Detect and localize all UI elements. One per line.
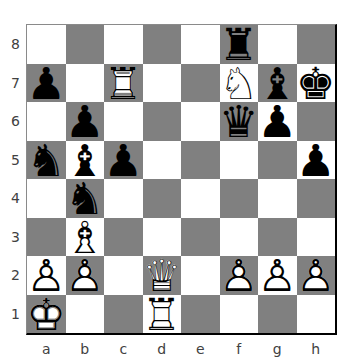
rank-label-8: 8 [0,25,20,64]
square-b2[interactable]: ♟♙ [66,256,105,295]
rank-label-3: 3 [0,218,20,257]
square-g5[interactable] [258,141,297,180]
file-label-f: f [220,340,259,358]
piece-glyph-outline: ♙ [220,256,259,295]
rank-label-6: 6 [0,102,20,141]
square-a4[interactable] [27,179,66,218]
square-g1[interactable] [258,295,297,334]
square-f2[interactable]: ♟♙ [220,256,259,295]
piece-white-pawn[interactable]: ♟♙ [220,256,259,295]
square-a7[interactable]: ♟ [27,64,66,103]
square-g2[interactable]: ♟♙ [258,256,297,295]
piece-black-king[interactable]: ♚ [297,64,336,103]
piece-white-king[interactable]: ♚♔ [27,295,66,334]
square-b1[interactable] [66,295,105,334]
square-c2[interactable] [104,256,143,295]
file-label-a: a [27,340,66,358]
piece-glyph-solid: ♟ [104,141,143,180]
square-e2[interactable] [181,256,220,295]
rank-label-2: 2 [0,256,20,295]
square-h5[interactable]: ♟ [297,141,336,180]
piece-glyph-outline: ♙ [66,256,105,295]
piece-black-pawn[interactable]: ♟ [104,141,143,180]
piece-glyph-solid: ♟ [297,141,336,180]
square-d7[interactable] [143,64,182,103]
chess-diagram: ♜♟♜♖♞♘♝♚♟♛♟♞♝♟♟♞♝♗♟♙♟♙♛♕♟♙♟♙♟♙♚♔♜♖ 87654… [0,0,360,360]
square-c3[interactable] [104,218,143,257]
square-h4[interactable] [297,179,336,218]
piece-glyph-outline: ♖ [104,64,143,103]
square-a1[interactable]: ♚♔ [27,295,66,334]
file-label-d: d [143,340,182,358]
square-h1[interactable] [297,295,336,334]
square-f6[interactable]: ♛ [220,102,259,141]
piece-glyph-solid: ♛ [220,102,259,141]
piece-white-rook[interactable]: ♜♖ [104,64,143,103]
square-e8[interactable] [181,25,220,64]
file-label-g: g [258,340,297,358]
square-f5[interactable] [220,141,259,180]
file-label-e: e [181,340,220,358]
piece-black-queen[interactable]: ♛ [220,102,259,141]
square-f4[interactable] [220,179,259,218]
piece-glyph-outline: ♙ [297,256,336,295]
piece-white-pawn[interactable]: ♟♙ [66,256,105,295]
rank-label-7: 7 [0,64,20,103]
square-d6[interactable] [143,102,182,141]
piece-black-pawn[interactable]: ♟ [258,102,297,141]
square-e3[interactable] [181,218,220,257]
file-label-b: b [66,340,105,358]
square-b8[interactable] [66,25,105,64]
piece-glyph-solid: ♚ [297,64,336,103]
square-c7[interactable]: ♜♖ [104,64,143,103]
square-a5[interactable]: ♞ [27,141,66,180]
square-h2[interactable]: ♟♙ [297,256,336,295]
square-d4[interactable] [143,179,182,218]
square-g6[interactable]: ♟ [258,102,297,141]
square-e1[interactable] [181,295,220,334]
piece-white-rook[interactable]: ♜♖ [143,295,182,334]
square-c1[interactable] [104,295,143,334]
piece-glyph-outline: ♔ [27,295,66,334]
piece-black-pawn[interactable]: ♟ [297,141,336,180]
square-d8[interactable] [143,25,182,64]
piece-glyph-solid: ♞ [27,141,66,180]
chess-board: ♜♟♜♖♞♘♝♚♟♛♟♞♝♟♟♞♝♗♟♙♟♙♛♕♟♙♟♙♟♙♚♔♜♖ [26,24,337,335]
square-e6[interactable] [181,102,220,141]
rank-label-5: 5 [0,141,20,180]
piece-glyph-outline: ♙ [258,256,297,295]
piece-white-pawn[interactable]: ♟♙ [297,256,336,295]
square-e5[interactable] [181,141,220,180]
rank-label-1: 1 [0,295,20,334]
file-label-h: h [297,340,336,358]
square-e4[interactable] [181,179,220,218]
square-e7[interactable] [181,64,220,103]
square-f1[interactable] [220,295,259,334]
square-c5[interactable]: ♟ [104,141,143,180]
square-g4[interactable] [258,179,297,218]
file-label-c: c [104,340,143,358]
piece-black-pawn[interactable]: ♟ [27,64,66,103]
rank-label-4: 4 [0,179,20,218]
piece-white-pawn[interactable]: ♟♙ [258,256,297,295]
square-d1[interactable]: ♜♖ [143,295,182,334]
square-d5[interactable] [143,141,182,180]
piece-glyph-solid: ♟ [27,64,66,103]
square-c4[interactable] [104,179,143,218]
piece-black-knight[interactable]: ♞ [27,141,66,180]
square-h7[interactable]: ♚ [297,64,336,103]
piece-glyph-outline: ♖ [143,295,182,334]
piece-glyph-solid: ♟ [258,102,297,141]
